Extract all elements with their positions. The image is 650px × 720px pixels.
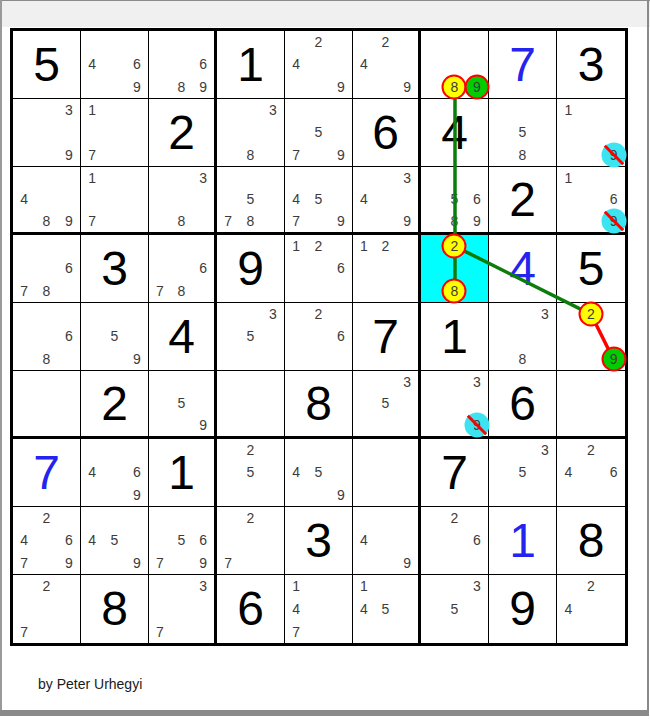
- cell-r8c5[interactable]: 3: [285, 507, 353, 575]
- candidate-grid: 249: [353, 31, 418, 98]
- cell-r3c8[interactable]: 2: [489, 167, 557, 235]
- given-digit: 8: [578, 517, 605, 565]
- candidate-9: 9: [396, 210, 418, 232]
- cell-r9c7[interactable]: 35: [421, 575, 489, 643]
- given-digit: 1: [168, 449, 195, 497]
- cell-r3c5[interactable]: 4579: [285, 167, 353, 235]
- cell-r5c6[interactable]: 7: [353, 303, 421, 371]
- candidate-grid: 19: [557, 99, 625, 166]
- cell-r6c9[interactable]: [557, 371, 625, 439]
- cell-r4c8[interactable]: 4: [489, 235, 557, 303]
- candidate-9: 9: [58, 144, 80, 166]
- window-top-strip: [0, 0, 650, 27]
- solved-digit: 7: [509, 41, 536, 89]
- candidate-1: 1: [81, 167, 103, 189]
- candidate-5: 5: [239, 325, 261, 347]
- candidate-2: 2: [580, 303, 603, 325]
- candidate-6: 6: [58, 257, 80, 279]
- candidate-1: 1: [285, 235, 307, 257]
- candidate-4: 4: [557, 461, 580, 483]
- candidate-grid: 38: [149, 167, 214, 232]
- cell-r7c9[interactable]: 246: [557, 439, 625, 507]
- cell-r6c5[interactable]: 8: [285, 371, 353, 439]
- candidate-8: 8: [443, 76, 465, 98]
- cell-r7c6[interactable]: [353, 439, 421, 507]
- candidate-1: 1: [557, 99, 580, 121]
- candidate-6: 6: [466, 189, 488, 211]
- candidate-3: 3: [466, 575, 488, 598]
- candidate-9: 9: [602, 348, 625, 370]
- candidate-3: 3: [534, 439, 556, 461]
- candidate-3: 3: [262, 99, 284, 121]
- candidate-8: 8: [239, 210, 261, 232]
- candidate-grid: 5689: [421, 167, 488, 232]
- candidate-8: 8: [171, 210, 193, 232]
- solved-digit: 1: [509, 517, 536, 565]
- cell-r2c2[interactable]: 17: [81, 99, 149, 167]
- candidate-grid: 58: [489, 99, 556, 166]
- candidate-5: 5: [171, 529, 193, 551]
- given-digit: 6: [237, 585, 264, 633]
- candidate-6: 6: [192, 53, 214, 75]
- cell-r1c6[interactable]: 249: [353, 31, 421, 99]
- candidate-2: 2: [307, 303, 329, 325]
- cell-r1c4[interactable]: 1: [217, 31, 285, 99]
- candidate-grid: 25: [217, 439, 284, 506]
- candidate-2: 2: [443, 235, 465, 257]
- window-right-border: [647, 0, 649, 716]
- candidate-3: 3: [396, 371, 418, 393]
- candidate-grid: 59: [149, 371, 214, 436]
- candidate-3: 3: [534, 303, 556, 325]
- candidate-6: 6: [126, 461, 148, 483]
- cell-r1c7[interactable]: 89: [421, 31, 489, 99]
- cell-r3c7[interactable]: 5689: [421, 167, 489, 235]
- cell-r2c8[interactable]: 58: [489, 99, 557, 167]
- candidate-8: 8: [511, 144, 533, 166]
- candidate-8: 8: [443, 280, 465, 302]
- candidate-4: 4: [353, 598, 375, 621]
- cell-r8c7[interactable]: 26: [421, 507, 489, 575]
- candidate-2: 2: [375, 235, 397, 257]
- candidate-grid: 27: [217, 507, 284, 574]
- candidate-9: 9: [602, 210, 625, 232]
- cell-r9c2[interactable]: 8: [81, 575, 149, 643]
- candidate-grid: [557, 371, 625, 436]
- candidate-4: 4: [353, 53, 375, 75]
- candidate-9: 9: [58, 552, 80, 574]
- candidate-grid: 17: [81, 99, 148, 166]
- cell-r5c1[interactable]: 68: [13, 303, 81, 371]
- candidate-6: 6: [192, 529, 214, 551]
- candidate-2: 2: [307, 235, 329, 257]
- candidate-grid: 579: [285, 99, 352, 166]
- candidate-7: 7: [13, 620, 35, 643]
- candidate-9: 9: [126, 76, 148, 98]
- cell-r8c8[interactable]: 1: [489, 507, 557, 575]
- candidate-8: 8: [171, 280, 193, 302]
- candidate-3: 3: [262, 303, 284, 325]
- cell-r5c5[interactable]: 26: [285, 303, 353, 371]
- candidate-6: 6: [192, 257, 214, 279]
- candidate-grid: 39: [421, 371, 488, 436]
- candidate-grid: 169: [557, 167, 625, 232]
- cell-r2c1[interactable]: 39: [13, 99, 81, 167]
- given-digit: 3: [305, 517, 332, 565]
- cell-r9c9[interactable]: 24: [557, 575, 625, 643]
- candidate-9: 9: [126, 552, 148, 574]
- candidate-6: 6: [602, 189, 625, 211]
- candidate-grid: 24: [557, 575, 625, 643]
- cell-r6c8[interactable]: 6: [489, 371, 557, 439]
- candidate-grid: [13, 371, 80, 436]
- candidate-7: 7: [285, 144, 307, 166]
- candidate-2: 2: [580, 575, 603, 598]
- candidate-5: 5: [239, 189, 261, 211]
- cell-r4c9[interactable]: 5: [557, 235, 625, 303]
- cell-r6c1[interactable]: [13, 371, 81, 439]
- candidate-grid: 469: [81, 31, 148, 98]
- cell-r2c6[interactable]: 6: [353, 99, 421, 167]
- cell-r4c4[interactable]: 9: [217, 235, 285, 303]
- candidate-2: 2: [580, 439, 603, 461]
- candidate-1: 1: [285, 575, 307, 598]
- cell-r5c7[interactable]: 1: [421, 303, 489, 371]
- candidate-2: 2: [35, 507, 57, 529]
- cell-r8c9[interactable]: 8: [557, 507, 625, 575]
- cell-r6c4[interactable]: [217, 371, 285, 439]
- candidate-grid: 26: [285, 303, 352, 370]
- candidate-5: 5: [103, 529, 125, 551]
- cell-r1c1[interactable]: 5: [13, 31, 81, 99]
- candidate-5: 5: [443, 598, 465, 621]
- candidate-9: 9: [192, 414, 214, 436]
- candidate-grid: 246: [557, 439, 625, 506]
- given-digit: 8: [305, 380, 332, 428]
- candidate-grid: 24679: [13, 507, 80, 574]
- candidate-5: 5: [375, 393, 397, 415]
- candidate-5: 5: [511, 121, 533, 143]
- candidate-grid: 349: [353, 167, 418, 232]
- cell-r2c3[interactable]: 2: [149, 99, 217, 167]
- candidate-grid: [353, 439, 418, 506]
- candidate-8: 8: [35, 348, 57, 370]
- candidate-grid: 459: [285, 439, 352, 506]
- candidate-grid: 17: [81, 167, 148, 232]
- candidate-2: 2: [239, 507, 261, 529]
- candidate-6: 6: [58, 529, 80, 551]
- candidate-9: 9: [192, 552, 214, 574]
- candidate-4: 4: [353, 529, 375, 551]
- candidate-grid: 678: [149, 235, 214, 302]
- candidate-4: 4: [285, 189, 307, 211]
- given-digit: 9: [237, 245, 264, 293]
- cell-r4c1[interactable]: 678: [13, 235, 81, 303]
- candidate-4: 4: [285, 53, 307, 75]
- candidate-6: 6: [126, 53, 148, 75]
- candidate-9: 9: [192, 76, 214, 98]
- candidate-grid: 35: [489, 439, 556, 506]
- candidate-grid: 35: [217, 303, 284, 370]
- candidate-5: 5: [171, 393, 193, 415]
- candidate-7: 7: [13, 280, 35, 302]
- given-digit: 6: [509, 380, 536, 428]
- given-digit: 4: [441, 109, 468, 157]
- candidate-1: 1: [353, 235, 375, 257]
- cell-r7c4[interactable]: 25: [217, 439, 285, 507]
- candidate-3: 3: [192, 167, 214, 189]
- candidate-9: 9: [466, 414, 488, 436]
- candidate-2: 2: [239, 439, 261, 461]
- cell-r6c6[interactable]: 35: [353, 371, 421, 439]
- candidate-1: 1: [353, 575, 375, 598]
- given-digit: 8: [101, 585, 128, 633]
- candidate-grid: 469: [81, 439, 148, 506]
- candidate-6: 6: [330, 257, 352, 279]
- candidate-5: 5: [307, 189, 329, 211]
- candidate-grid: 147: [285, 575, 352, 643]
- candidate-9: 9: [126, 348, 148, 370]
- candidate-grid: 578: [217, 167, 284, 232]
- candidate-grid: 29: [557, 303, 625, 370]
- candidate-4: 4: [13, 189, 35, 211]
- cell-r8c4[interactable]: 27: [217, 507, 285, 575]
- candidate-7: 7: [285, 210, 307, 232]
- cell-r6c7[interactable]: 39: [421, 371, 489, 439]
- candidate-4: 4: [353, 189, 375, 211]
- candidate-9: 9: [330, 144, 352, 166]
- candidate-1: 1: [557, 167, 580, 189]
- given-digit: 1: [237, 41, 264, 89]
- credit-text: by Peter Urhegyi: [38, 676, 142, 692]
- candidate-grid: 49: [353, 507, 418, 574]
- candidate-7: 7: [13, 552, 35, 574]
- candidate-grid: 145: [353, 575, 418, 643]
- given-digit: 4: [168, 313, 195, 361]
- candidate-grid: 89: [421, 31, 488, 98]
- candidate-7: 7: [81, 210, 103, 232]
- candidate-9: 9: [126, 484, 148, 506]
- candidate-grid: 59: [81, 303, 148, 370]
- cell-r3c3[interactable]: 38: [149, 167, 217, 235]
- candidate-2: 2: [307, 31, 329, 53]
- cell-r6c3[interactable]: 59: [149, 371, 217, 439]
- cell-r5c8[interactable]: 38: [489, 303, 557, 371]
- candidate-7: 7: [149, 620, 171, 643]
- candidate-8: 8: [239, 144, 261, 166]
- candidate-grid: [217, 371, 284, 436]
- cell-r2c9[interactable]: 19: [557, 99, 625, 167]
- candidate-6: 6: [330, 325, 352, 347]
- candidate-3: 3: [466, 371, 488, 393]
- candidate-grid: 126: [285, 235, 352, 302]
- cell-r1c5[interactable]: 249: [285, 31, 353, 99]
- candidate-2: 2: [35, 575, 57, 598]
- cell-r1c9[interactable]: 3: [557, 31, 625, 99]
- cell-r8c2[interactable]: 459: [81, 507, 149, 575]
- cell-r5c3[interactable]: 4: [149, 303, 217, 371]
- candidate-9: 9: [58, 210, 80, 232]
- candidate-3: 3: [58, 99, 80, 121]
- cell-r2c4[interactable]: 38: [217, 99, 285, 167]
- cell-r5c9[interactable]: 29: [557, 303, 625, 371]
- candidate-5: 5: [375, 598, 397, 621]
- cell-r1c8[interactable]: 7: [489, 31, 557, 99]
- candidate-grid: 27: [13, 575, 80, 643]
- candidate-7: 7: [81, 144, 103, 166]
- candidate-5: 5: [307, 121, 329, 143]
- candidate-4: 4: [81, 461, 103, 483]
- cell-r7c7[interactable]: 7: [421, 439, 489, 507]
- cell-r2c7[interactable]: 4: [421, 99, 489, 167]
- cell-r3c6[interactable]: 349: [353, 167, 421, 235]
- given-digit: 3: [101, 245, 128, 293]
- given-digit: 2: [101, 380, 128, 428]
- candidate-7: 7: [217, 552, 239, 574]
- given-digit: 5: [33, 41, 60, 89]
- candidate-8: 8: [171, 76, 193, 98]
- cell-r5c4[interactable]: 35: [217, 303, 285, 371]
- candidate-6: 6: [602, 461, 625, 483]
- cell-r8c6[interactable]: 49: [353, 507, 421, 575]
- candidate-2: 2: [443, 507, 465, 529]
- candidate-4: 4: [557, 598, 580, 621]
- given-digit: 3: [578, 41, 605, 89]
- cell-r2c5[interactable]: 579: [285, 99, 353, 167]
- cell-r9c4[interactable]: 6: [217, 575, 285, 643]
- candidate-9: 9: [330, 484, 352, 506]
- candidate-4: 4: [81, 53, 103, 75]
- candidate-8: 8: [35, 280, 57, 302]
- cell-r7c8[interactable]: 35: [489, 439, 557, 507]
- candidate-4: 4: [13, 529, 35, 551]
- candidate-8: 8: [443, 210, 465, 232]
- candidate-grid: 12: [353, 235, 418, 302]
- candidate-9: 9: [396, 76, 418, 98]
- cell-r1c3[interactable]: 689: [149, 31, 217, 99]
- candidate-5: 5: [511, 461, 533, 483]
- candidate-grid: 35: [421, 575, 488, 643]
- candidate-grid: 39: [13, 99, 80, 166]
- candidate-grid: 459: [81, 507, 148, 574]
- cell-r4c7[interactable]: 28: [421, 235, 489, 303]
- candidate-8: 8: [35, 210, 57, 232]
- cell-r1c2[interactable]: 469: [81, 31, 149, 99]
- candidate-7: 7: [149, 280, 171, 302]
- candidate-2: 2: [375, 31, 397, 53]
- candidate-grid: 678: [13, 235, 80, 302]
- candidate-9: 9: [602, 144, 625, 166]
- candidate-6: 6: [58, 325, 80, 347]
- cell-r4c6[interactable]: 12: [353, 235, 421, 303]
- cell-r9c8[interactable]: 9: [489, 575, 557, 643]
- window-bottom-border: [0, 710, 649, 716]
- cell-r4c3[interactable]: 678: [149, 235, 217, 303]
- candidate-8: 8: [511, 348, 533, 370]
- cell-r8c1[interactable]: 24679: [13, 507, 81, 575]
- candidate-9: 9: [396, 552, 418, 574]
- given-digit: 7: [441, 449, 468, 497]
- cell-r7c3[interactable]: 1: [149, 439, 217, 507]
- cell-r8c3[interactable]: 5679: [149, 507, 217, 575]
- given-digit: 6: [372, 109, 399, 157]
- cell-r4c5[interactable]: 126: [285, 235, 353, 303]
- given-digit: 2: [509, 176, 536, 224]
- candidate-5: 5: [307, 461, 329, 483]
- candidate-7: 7: [285, 620, 307, 643]
- candidate-9: 9: [330, 210, 352, 232]
- cell-r4c2[interactable]: 3: [81, 235, 149, 303]
- cell-r3c2[interactable]: 17: [81, 167, 149, 235]
- candidate-grid: 68: [13, 303, 80, 370]
- cell-r6c2[interactable]: 2: [81, 371, 149, 439]
- solved-digit: 4: [509, 245, 536, 293]
- candidate-grid: 249: [285, 31, 352, 98]
- sudoku-board: 5469689124924989733917238579645819489173…: [10, 28, 628, 646]
- candidate-grid: 38: [489, 303, 556, 370]
- candidate-grid: 37: [149, 575, 214, 643]
- candidate-grid: 35: [353, 371, 418, 436]
- candidate-1: 1: [81, 99, 103, 121]
- window-left-border: [0, 0, 2, 716]
- solved-digit: 7: [33, 449, 60, 497]
- candidate-6: 6: [466, 529, 488, 551]
- cell-r3c4[interactable]: 578: [217, 167, 285, 235]
- candidate-3: 3: [192, 575, 214, 598]
- candidate-grid: 689: [149, 31, 214, 98]
- cell-r9c3[interactable]: 37: [149, 575, 217, 643]
- cell-r9c1[interactable]: 27: [13, 575, 81, 643]
- cell-r9c5[interactable]: 147: [285, 575, 353, 643]
- candidate-grid: 4579: [285, 167, 352, 232]
- cell-r9c6[interactable]: 145: [353, 575, 421, 643]
- cell-r7c1[interactable]: 7: [13, 439, 81, 507]
- candidate-9: 9: [330, 76, 352, 98]
- given-digit: 9: [509, 585, 536, 633]
- given-digit: 7: [372, 313, 399, 361]
- cell-r3c9[interactable]: 169: [557, 167, 625, 235]
- given-digit: 1: [441, 313, 468, 361]
- candidate-grid: 26: [421, 507, 488, 574]
- candidate-4: 4: [285, 598, 307, 621]
- candidate-grid: 38: [217, 99, 284, 166]
- cell-r3c1[interactable]: 489: [13, 167, 81, 235]
- given-digit: 5: [578, 245, 605, 293]
- cell-r5c2[interactable]: 59: [81, 303, 149, 371]
- candidate-5: 5: [443, 189, 465, 211]
- candidate-9: 9: [466, 210, 488, 232]
- candidate-9: 9: [466, 76, 488, 98]
- candidate-grid: 28: [421, 235, 488, 302]
- given-digit: 2: [168, 109, 195, 157]
- candidate-grid: 5679: [149, 507, 214, 574]
- candidate-7: 7: [149, 552, 171, 574]
- candidate-7: 7: [217, 210, 239, 232]
- cell-r7c5[interactable]: 459: [285, 439, 353, 507]
- cell-r7c2[interactable]: 469: [81, 439, 149, 507]
- candidate-4: 4: [81, 529, 103, 551]
- candidate-grid: 489: [13, 167, 80, 232]
- candidate-5: 5: [239, 461, 261, 483]
- candidate-4: 4: [285, 461, 307, 483]
- candidate-5: 5: [103, 325, 125, 347]
- candidate-3: 3: [396, 167, 418, 189]
